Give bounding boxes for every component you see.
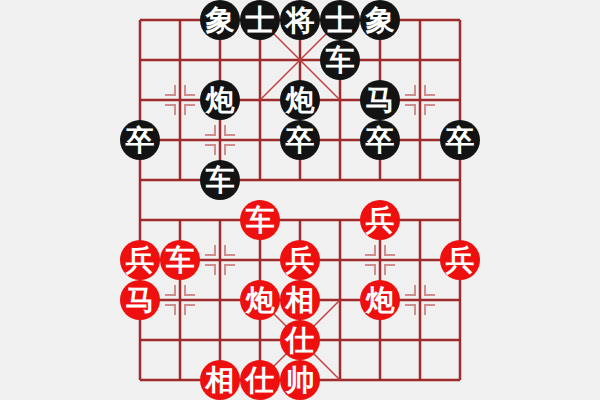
red-horse[interactable]: 马 bbox=[120, 280, 160, 320]
black-chariot[interactable]: 车 bbox=[320, 40, 360, 80]
black-elephant[interactable]: 象 bbox=[360, 0, 400, 40]
black-soldier[interactable]: 卒 bbox=[120, 120, 160, 160]
black-general[interactable]: 将 bbox=[280, 0, 320, 40]
red-chariot[interactable]: 车 bbox=[160, 240, 200, 280]
xiangqi-board: 象士将士象车炮炮马卒卒卒卒车车兵兵车兵兵马炮相炮仕相仕帅 bbox=[0, 0, 600, 400]
red-cannon[interactable]: 炮 bbox=[360, 280, 400, 320]
black-advisor[interactable]: 士 bbox=[240, 0, 280, 40]
black-cannon[interactable]: 炮 bbox=[280, 80, 320, 120]
black-advisor[interactable]: 士 bbox=[320, 0, 360, 40]
red-soldier[interactable]: 兵 bbox=[360, 200, 400, 240]
red-elephant[interactable]: 相 bbox=[280, 280, 320, 320]
black-soldier[interactable]: 卒 bbox=[360, 120, 400, 160]
black-cannon[interactable]: 炮 bbox=[200, 80, 240, 120]
red-elephant[interactable]: 相 bbox=[200, 360, 240, 400]
black-soldier[interactable]: 卒 bbox=[280, 120, 320, 160]
red-advisor[interactable]: 仕 bbox=[240, 360, 280, 400]
red-chariot[interactable]: 车 bbox=[240, 200, 280, 240]
red-general[interactable]: 帅 bbox=[280, 360, 320, 400]
black-elephant[interactable]: 象 bbox=[200, 0, 240, 40]
red-soldier[interactable]: 兵 bbox=[280, 240, 320, 280]
red-cannon[interactable]: 炮 bbox=[240, 280, 280, 320]
black-chariot[interactable]: 车 bbox=[200, 160, 240, 200]
red-soldier[interactable]: 兵 bbox=[120, 240, 160, 280]
pieces-layer: 象士将士象车炮炮马卒卒卒卒车车兵兵车兵兵马炮相炮仕相仕帅 bbox=[120, 0, 480, 400]
red-soldier[interactable]: 兵 bbox=[440, 240, 480, 280]
black-horse[interactable]: 马 bbox=[360, 80, 400, 120]
black-soldier[interactable]: 卒 bbox=[440, 120, 480, 160]
red-advisor[interactable]: 仕 bbox=[280, 320, 320, 360]
